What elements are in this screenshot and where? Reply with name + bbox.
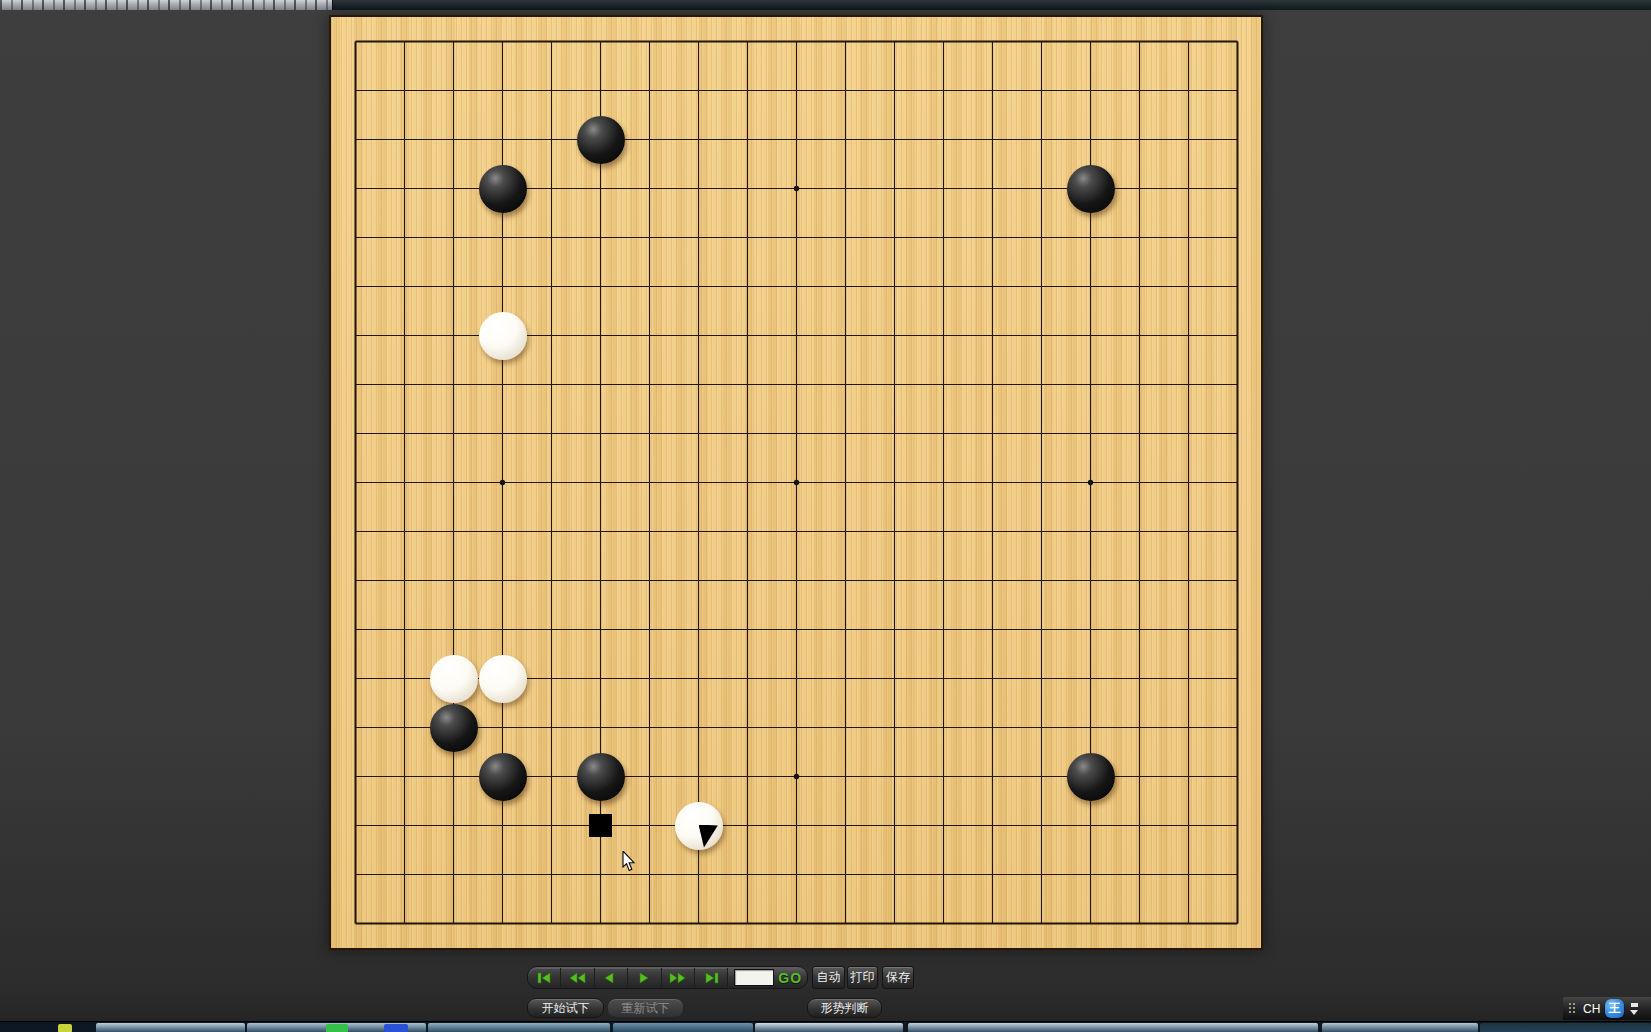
skip-to-start-icon — [535, 971, 554, 985]
drag-handle-icon[interactable] — [1568, 1002, 1577, 1015]
move-navigation-bar: GO — [527, 966, 808, 989]
minimize-bar-icon — [1631, 1003, 1638, 1007]
save-button[interactable]: 保存 — [882, 966, 914, 989]
double-right-arrow-icon — [668, 971, 687, 985]
auto-play-button[interactable]: 自动 — [812, 966, 845, 989]
move-number-input[interactable] — [734, 969, 774, 986]
app-root: { "game": "go", "board": { "size": 19, "… — [0, 0, 1651, 1032]
start-trial-button[interactable]: 开始试下 — [527, 998, 604, 1018]
band-options-icon[interactable] — [1630, 1003, 1638, 1015]
white-stone — [479, 655, 527, 703]
black-stone — [577, 116, 625, 164]
chevron-down-icon — [1630, 1010, 1638, 1015]
black-stone — [479, 165, 527, 213]
start-orb-icon[interactable] — [58, 1024, 72, 1032]
input-language-label[interactable]: CH — [1583, 1002, 1600, 1016]
taskbar-window-button[interactable] — [908, 1023, 1318, 1032]
last-move-button[interactable] — [695, 968, 728, 987]
print-button[interactable]: 打印 — [847, 966, 878, 989]
first-move-button[interactable] — [528, 968, 561, 987]
black-stone — [577, 753, 625, 801]
back-button[interactable] — [595, 968, 628, 987]
taskbar-window-button[interactable] — [613, 1023, 753, 1032]
black-stone — [430, 704, 478, 752]
collapsed-toolbar-edge — [0, 0, 333, 10]
star-point — [794, 480, 799, 485]
position-judgment-button[interactable]: 形势判断 — [807, 998, 882, 1018]
taskbar-window-button[interactable] — [96, 1023, 245, 1032]
fast-back-button[interactable] — [561, 968, 594, 987]
taskbar-window-button[interactable] — [428, 1023, 610, 1032]
next-move-square-marker — [589, 814, 612, 837]
board-grid — [331, 17, 1261, 948]
star-point — [794, 186, 799, 191]
star-point — [500, 480, 505, 485]
fast-forward-button[interactable] — [662, 968, 695, 987]
language-band: CH 王 — [1563, 997, 1651, 1020]
taskbar-window-button[interactable] — [1322, 1023, 1478, 1032]
left-arrow-icon — [601, 971, 620, 985]
go-board[interactable] — [329, 15, 1263, 950]
white-stone — [430, 655, 478, 703]
taskbar[interactable] — [0, 1021, 1651, 1032]
black-stone — [1067, 165, 1115, 213]
forward-button[interactable] — [628, 968, 661, 987]
retry-trial-button[interactable]: 重新试下 — [607, 998, 684, 1018]
mouse-cursor — [622, 851, 637, 872]
blue-app-icon[interactable] — [384, 1024, 408, 1032]
skip-to-end-icon — [702, 971, 721, 985]
go-button[interactable]: GO — [778, 970, 802, 986]
green-app-icon[interactable] — [326, 1024, 348, 1032]
right-arrow-icon — [635, 971, 654, 985]
white-stone — [479, 312, 527, 360]
black-stone — [479, 753, 527, 801]
double-left-arrow-icon — [568, 971, 587, 985]
star-point — [794, 774, 799, 779]
black-stone — [1067, 753, 1115, 801]
star-point — [1088, 480, 1093, 485]
taskbar-window-button[interactable] — [1480, 1023, 1651, 1032]
ime-icon[interactable]: 王 — [1605, 999, 1624, 1018]
taskbar-window-button[interactable] — [755, 1023, 903, 1032]
